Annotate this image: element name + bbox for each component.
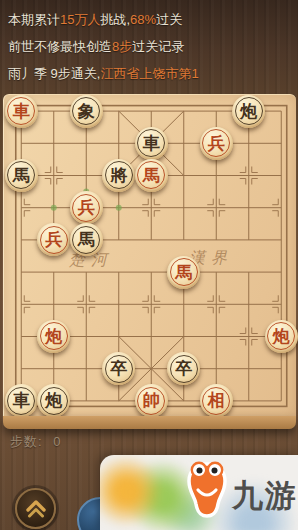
- header-lines: 本期累计15万人挑战,68%过关前世不修最快创造8步过关记录雨丿季 9步通关,江…: [0, 0, 298, 87]
- stats-line: 雨丿季 9步通关,江西省上饶市第1: [8, 60, 298, 87]
- steps-label: 步数:: [10, 434, 43, 449]
- xiangqi-board[interactable]: 楚河 漢界 車象炮車兵馬將馬兵兵馬馬炮炮卒卒車炮帥相: [3, 94, 296, 417]
- piece-red-帥[interactable]: 帥: [135, 384, 168, 417]
- stats-line: 本期累计15万人挑战,68%过关: [8, 6, 298, 33]
- piece-black-馬[interactable]: 馬: [70, 223, 103, 256]
- piece-red-兵[interactable]: 兵: [70, 191, 103, 224]
- piece-black-將[interactable]: 將: [102, 159, 135, 192]
- piece-black-卒[interactable]: 卒: [167, 352, 200, 385]
- piece-black-馬[interactable]: 馬: [5, 159, 38, 192]
- collapse-button[interactable]: [15, 488, 56, 529]
- piece-black-象[interactable]: 象: [70, 95, 103, 128]
- piece-black-炮[interactable]: 炮: [232, 95, 265, 128]
- steps-value: 0: [53, 434, 61, 449]
- piece-red-兵[interactable]: 兵: [37, 223, 70, 256]
- jiuyou-ad-banner[interactable]: 九游: [100, 455, 298, 530]
- piece-grid[interactable]: 車象炮車兵馬將馬兵兵馬馬炮炮卒卒車炮帥相: [5, 95, 298, 417]
- steps-counter: 步数: 0: [10, 433, 61, 451]
- stats-line: 前世不修最快创造8步过关记录: [8, 33, 298, 60]
- piece-black-車[interactable]: 車: [135, 127, 168, 160]
- piece-red-兵[interactable]: 兵: [200, 127, 233, 160]
- jiuyou-brand-text: 九游: [232, 475, 298, 517]
- piece-red-馬[interactable]: 馬: [167, 256, 200, 289]
- piece-black-卒[interactable]: 卒: [102, 352, 135, 385]
- piece-red-馬[interactable]: 馬: [135, 159, 168, 192]
- board-edge: [3, 416, 296, 429]
- piece-black-炮[interactable]: 炮: [37, 384, 70, 417]
- piece-red-炮[interactable]: 炮: [37, 320, 70, 353]
- piece-black-車[interactable]: 車: [5, 384, 38, 417]
- chevron-up-icon: [24, 498, 48, 520]
- piece-red-車[interactable]: 車: [5, 95, 38, 128]
- jiuyou-mascot-icon: [184, 458, 230, 520]
- piece-red-炮[interactable]: 炮: [265, 320, 298, 353]
- piece-red-相[interactable]: 相: [200, 384, 233, 417]
- game-screen: 本期累计15万人挑战,68%过关前世不修最快创造8步过关记录雨丿季 9步通关,江…: [0, 0, 298, 530]
